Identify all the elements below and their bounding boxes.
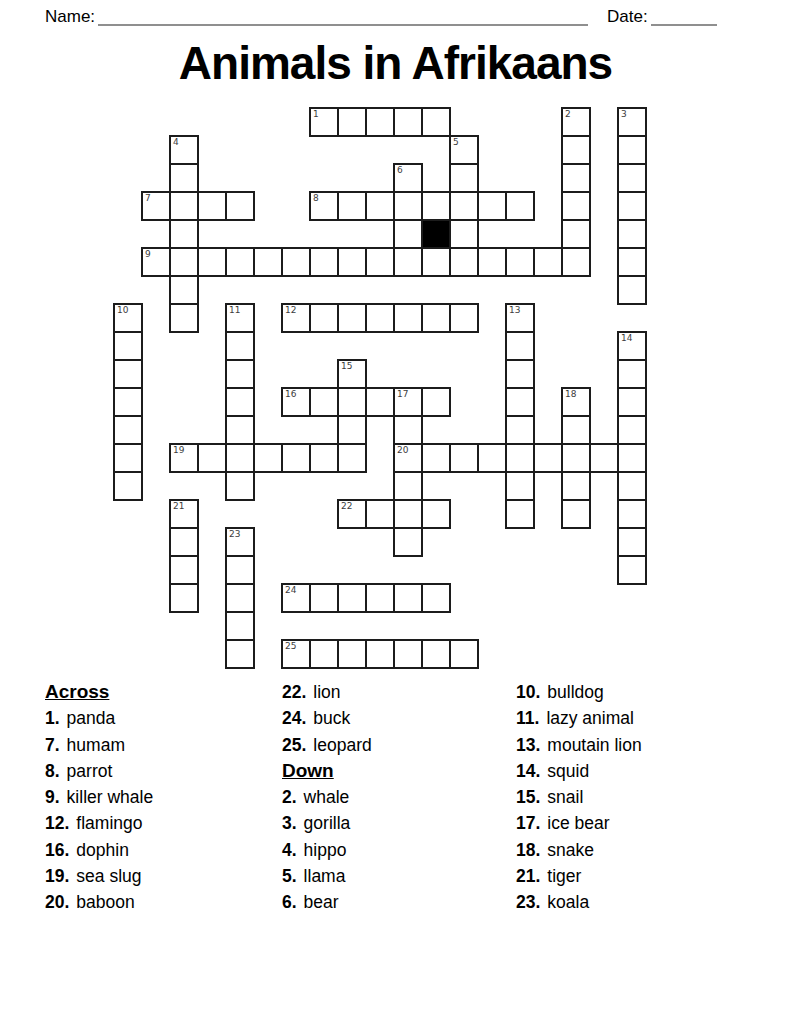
clue-text: baboon: [76, 892, 134, 912]
clue-text: dophin: [76, 840, 129, 860]
grid-cell[interactable]: [477, 247, 507, 277]
grid-cell[interactable]: [561, 191, 591, 221]
crossword-grid: 1234567891011121314151617181920212223242…: [113, 107, 648, 670]
clue-number: 12.: [45, 813, 69, 833]
grid-cell[interactable]: [337, 387, 367, 417]
clue-text: bulldog: [547, 682, 603, 702]
clue-number: 5.: [282, 866, 297, 886]
grid-cell[interactable]: [169, 303, 199, 333]
grid-cell[interactable]: 3: [617, 107, 647, 137]
grid-cell[interactable]: [365, 247, 395, 277]
clue-number: 21.: [516, 866, 540, 886]
across-clue: 19.sea slug: [45, 863, 270, 889]
grid-cell[interactable]: [225, 583, 255, 613]
grid-cell[interactable]: [309, 639, 339, 669]
clue-number: 16.: [45, 840, 69, 860]
cell-clue-number: 10: [117, 306, 128, 315]
grid-cell[interactable]: 16: [281, 387, 311, 417]
down-clue: 6.bear: [282, 889, 502, 915]
grid-cell[interactable]: [365, 303, 395, 333]
grid-cell[interactable]: [393, 471, 423, 501]
across-clue: 25.leopard: [282, 732, 502, 758]
grid-cell[interactable]: [505, 247, 535, 277]
down-clue: 4.hippo: [282, 837, 502, 863]
grid-cell[interactable]: [505, 443, 535, 473]
cell-clue-number: 23: [229, 530, 240, 539]
cell-clue-number: 22: [341, 502, 352, 511]
grid-cell[interactable]: [197, 247, 227, 277]
clue-text: moutain lion: [547, 735, 641, 755]
across-clue: 22.lion: [282, 679, 502, 705]
across-clue: 7.humam: [45, 732, 270, 758]
worksheet: Name: Date: Animals in Afrikaans 1234567…: [0, 0, 791, 1024]
grid-cell[interactable]: 1: [309, 107, 339, 137]
down-clue: 13.moutain lion: [516, 732, 766, 758]
across-clue: 8.parrot: [45, 758, 270, 784]
across-clue: 9.killer whale: [45, 784, 270, 810]
clue-text: hippo: [304, 840, 347, 860]
clue-text: gorilla: [304, 813, 351, 833]
grid-cell[interactable]: [421, 583, 451, 613]
grid-cell[interactable]: 10: [113, 303, 143, 333]
cell-clue-number: 19: [173, 446, 184, 455]
grid-cell[interactable]: [561, 135, 591, 165]
grid-cell[interactable]: [421, 247, 451, 277]
clue-text: flamingo: [76, 813, 142, 833]
grid-cell[interactable]: [561, 219, 591, 249]
grid-cell[interactable]: [225, 247, 255, 277]
grid-cell[interactable]: [533, 247, 563, 277]
down-header: Down: [282, 758, 502, 784]
grid-cell[interactable]: [253, 443, 283, 473]
grid-cell[interactable]: [477, 191, 507, 221]
grid-cell[interactable]: 9: [141, 247, 171, 277]
grid-cell[interactable]: [337, 415, 367, 445]
grid-cell[interactable]: 17: [393, 387, 423, 417]
cell-clue-number: 21: [173, 502, 184, 511]
grid-cell[interactable]: [365, 107, 395, 137]
grid-cell[interactable]: [365, 191, 395, 221]
across-clue: 16.dophin: [45, 837, 270, 863]
across-clue: 20.baboon: [45, 889, 270, 915]
grid-cell[interactable]: [393, 303, 423, 333]
grid-cell[interactable]: [113, 443, 143, 473]
grid-cell[interactable]: [225, 191, 255, 221]
clue-number: 25.: [282, 735, 306, 755]
grid-cell[interactable]: 14: [617, 331, 647, 361]
grid-cell[interactable]: [309, 443, 339, 473]
grid-cell[interactable]: 18: [561, 387, 591, 417]
clue-text: whale: [304, 787, 350, 807]
grid-cell[interactable]: [365, 387, 395, 417]
clue-number: 6.: [282, 892, 297, 912]
clues-column-3: 10.bulldog11.lazy animal13.moutain lion1…: [516, 679, 766, 916]
clue-text: humam: [67, 735, 125, 755]
clues-column-2: 22.lion24.buck25.leopardDown2.whale3.gor…: [282, 679, 502, 916]
clue-number: 2.: [282, 787, 297, 807]
name-input-line[interactable]: [98, 10, 588, 26]
grid-cell[interactable]: [281, 247, 311, 277]
grid-cell[interactable]: [225, 639, 255, 669]
grid-cell[interactable]: [449, 219, 479, 249]
grid-cell[interactable]: [225, 555, 255, 585]
grid-cell[interactable]: 12: [281, 303, 311, 333]
down-clue: 10.bulldog: [516, 679, 766, 705]
grid-cell[interactable]: [225, 443, 255, 473]
grid-cell[interactable]: 11: [225, 303, 255, 333]
grid-cell[interactable]: [617, 191, 647, 221]
grid-cell[interactable]: [281, 443, 311, 473]
down-clue: 21.tiger: [516, 863, 766, 889]
clue-number: 24.: [282, 708, 306, 728]
cell-clue-number: 5: [453, 138, 459, 147]
clue-number: 4.: [282, 840, 297, 860]
clue-text: llama: [304, 866, 346, 886]
grid-cell[interactable]: [169, 191, 199, 221]
cell-clue-number: 11: [229, 306, 240, 315]
cell-clue-number: 14: [621, 334, 632, 343]
down-clue: 23.koala: [516, 889, 766, 915]
grid-cell[interactable]: [533, 443, 563, 473]
grid-cell[interactable]: [309, 583, 339, 613]
grid-cell[interactable]: [505, 331, 535, 361]
down-clue: 2.whale: [282, 784, 502, 810]
grid-cell[interactable]: [561, 499, 591, 529]
grid-cell[interactable]: 25: [281, 639, 311, 669]
grid-cell[interactable]: [365, 583, 395, 613]
grid-cell[interactable]: 4: [169, 135, 199, 165]
cell-clue-number: 12: [285, 306, 296, 315]
clues-column-1: Across1.panda7.humam8.parrot9.killer wha…: [45, 679, 270, 916]
grid-cell[interactable]: [169, 163, 199, 193]
grid-cell[interactable]: [617, 163, 647, 193]
clue-number: 18.: [516, 840, 540, 860]
clue-text: bear: [304, 892, 339, 912]
down-clue: 15.snail: [516, 784, 766, 810]
clue-number: 17.: [516, 813, 540, 833]
grid-cell[interactable]: [421, 499, 451, 529]
grid-cell[interactable]: [309, 387, 339, 417]
grid-cell[interactable]: [225, 415, 255, 445]
grid-cell[interactable]: [617, 443, 647, 473]
grid-cell[interactable]: [505, 499, 535, 529]
date-label: Date:: [607, 7, 648, 27]
grid-cell[interactable]: [393, 639, 423, 669]
grid-cell[interactable]: [225, 471, 255, 501]
clue-number: 9.: [45, 787, 60, 807]
grid-cell[interactable]: [337, 107, 367, 137]
clue-number: 23.: [516, 892, 540, 912]
grid-cell[interactable]: [337, 639, 367, 669]
grid-cell[interactable]: [225, 359, 255, 389]
clue-number: 22.: [282, 682, 306, 702]
grid-cell[interactable]: [617, 247, 647, 277]
clue-text: parrot: [67, 761, 113, 781]
grid-cell[interactable]: [113, 331, 143, 361]
clue-number: 14.: [516, 761, 540, 781]
cell-clue-number: 25: [285, 642, 296, 651]
grid-cell[interactable]: [561, 247, 591, 277]
cell-clue-number: 13: [509, 306, 520, 315]
clue-number: 1.: [45, 708, 60, 728]
clue-number: 19.: [45, 866, 69, 886]
clue-text: panda: [67, 708, 116, 728]
cell-clue-number: 7: [145, 194, 151, 203]
cell-clue-number: 17: [397, 390, 408, 399]
grid-cell[interactable]: [337, 191, 367, 221]
cell-clue-number: 15: [341, 362, 352, 371]
grid-cell[interactable]: 21: [169, 499, 199, 529]
grid-cell[interactable]: [225, 331, 255, 361]
grid-cell[interactable]: [617, 499, 647, 529]
grid-cell[interactable]: [393, 527, 423, 557]
grid-cell[interactable]: [477, 443, 507, 473]
grid-cell[interactable]: 13: [505, 303, 535, 333]
grid-cell[interactable]: [449, 443, 479, 473]
down-clue: 17.ice bear: [516, 810, 766, 836]
grid-cell[interactable]: [561, 415, 591, 445]
cell-clue-number: 18: [565, 390, 576, 399]
grid-cell[interactable]: [449, 163, 479, 193]
grid-cell[interactable]: [309, 303, 339, 333]
clue-text: tiger: [547, 866, 581, 886]
grid-cell[interactable]: [393, 107, 423, 137]
clue-text: snail: [547, 787, 583, 807]
grid-cell[interactable]: [253, 247, 283, 277]
grid-cell[interactable]: [589, 443, 619, 473]
down-clue: 3.gorilla: [282, 810, 502, 836]
cell-clue-number: 1: [313, 110, 319, 119]
down-clue: 14.squid: [516, 758, 766, 784]
grid-cell[interactable]: [309, 247, 339, 277]
grid-cell[interactable]: [421, 443, 451, 473]
grid-cell[interactable]: [561, 163, 591, 193]
clue-number: 11.: [516, 708, 539, 728]
grid-cell[interactable]: [337, 583, 367, 613]
grid-cell[interactable]: [169, 275, 199, 305]
grid-cell[interactable]: [505, 359, 535, 389]
grid-cell[interactable]: 2: [561, 107, 591, 137]
grid-cell[interactable]: [617, 387, 647, 417]
grid-cell[interactable]: 15: [337, 359, 367, 389]
clue-text: squid: [547, 761, 589, 781]
grid-cell[interactable]: [617, 135, 647, 165]
grid-cell[interactable]: [421, 191, 451, 221]
grid-cell[interactable]: [505, 191, 535, 221]
across-clue: 24.buck: [282, 705, 502, 731]
clue-number: 13.: [516, 735, 540, 755]
grid-cell[interactable]: 8: [309, 191, 339, 221]
grid-cell[interactable]: [169, 247, 199, 277]
grid-cell[interactable]: [617, 471, 647, 501]
cell-clue-number: 16: [285, 390, 296, 399]
grid-cell[interactable]: [169, 219, 199, 249]
grid-cell[interactable]: [617, 275, 647, 305]
grid-cell[interactable]: [617, 359, 647, 389]
grid-cell[interactable]: [225, 387, 255, 417]
grid-cell[interactable]: 19: [169, 443, 199, 473]
grid-cell[interactable]: [393, 247, 423, 277]
grid-cell[interactable]: 20: [393, 443, 423, 473]
grid-cell[interactable]: [393, 499, 423, 529]
grid-cell[interactable]: 7: [141, 191, 171, 221]
grid-cell[interactable]: 6: [393, 163, 423, 193]
grid-cell[interactable]: [505, 471, 535, 501]
grid-cell[interactable]: [169, 555, 199, 585]
clue-number: 7.: [45, 735, 60, 755]
clue-text: lion: [313, 682, 340, 702]
clue-number: 15.: [516, 787, 540, 807]
grid-cell[interactable]: [561, 443, 591, 473]
grid-cell[interactable]: [421, 639, 451, 669]
clue-number: 3.: [282, 813, 297, 833]
grid-cell[interactable]: [169, 527, 199, 557]
grid-cell[interactable]: [337, 443, 367, 473]
cell-clue-number: 24: [285, 586, 296, 595]
grid-cell[interactable]: [421, 387, 451, 417]
grid-cell[interactable]: [617, 527, 647, 557]
grid-cell[interactable]: [617, 219, 647, 249]
grid-cell[interactable]: [449, 303, 479, 333]
grid-cell[interactable]: [421, 107, 451, 137]
grid-cell[interactable]: 24: [281, 583, 311, 613]
cell-clue-number: 2: [565, 110, 571, 119]
grid-cell[interactable]: [393, 583, 423, 613]
grid-cell[interactable]: 22: [337, 499, 367, 529]
grid-cell[interactable]: [113, 359, 143, 389]
grid-cell[interactable]: [617, 555, 647, 585]
grid-cell[interactable]: [393, 191, 423, 221]
grid-cell[interactable]: [365, 639, 395, 669]
clue-text: buck: [313, 708, 350, 728]
clue-text: killer whale: [67, 787, 154, 807]
grid-cell[interactable]: [449, 247, 479, 277]
grid-cell[interactable]: [113, 471, 143, 501]
cell-clue-number: 20: [397, 446, 408, 455]
cell-clue-number: 8: [313, 194, 319, 203]
grid-cell[interactable]: [197, 191, 227, 221]
clue-text: snake: [547, 840, 594, 860]
down-clue: 18.snake: [516, 837, 766, 863]
grid-cell[interactable]: 5: [449, 135, 479, 165]
grid-cell[interactable]: [365, 499, 395, 529]
name-label: Name:: [45, 7, 95, 27]
clue-number: 20.: [45, 892, 69, 912]
blocked-cell: [421, 219, 451, 249]
clue-text: lazy animal: [546, 708, 634, 728]
across-header: Across: [45, 679, 270, 705]
grid-cell[interactable]: [113, 387, 143, 417]
clue-number: 8.: [45, 761, 60, 781]
across-clue: 12.flamingo: [45, 810, 270, 836]
cell-clue-number: 3: [621, 110, 627, 119]
grid-cell[interactable]: [393, 219, 423, 249]
cell-clue-number: 6: [397, 166, 403, 175]
grid-cell[interactable]: [505, 387, 535, 417]
grid-cell[interactable]: 23: [225, 527, 255, 557]
grid-cell[interactable]: [197, 443, 227, 473]
down-clue: 5.llama: [282, 863, 502, 889]
cell-clue-number: 4: [173, 138, 179, 147]
clue-text: sea slug: [76, 866, 141, 886]
across-clue: 1.panda: [45, 705, 270, 731]
clue-text: ice bear: [547, 813, 609, 833]
clue-number: 10.: [516, 682, 540, 702]
grid-cell[interactable]: [337, 247, 367, 277]
grid-cell[interactable]: [421, 303, 451, 333]
grid-cell[interactable]: [393, 415, 423, 445]
clue-text: leopard: [313, 735, 371, 755]
grid-cell[interactable]: [449, 191, 479, 221]
date-input-line[interactable]: [651, 10, 717, 26]
grid-cell[interactable]: [561, 471, 591, 501]
grid-cell[interactable]: [169, 583, 199, 613]
grid-cell[interactable]: [225, 611, 255, 641]
page-title: Animals in Afrikaans: [0, 36, 791, 90]
clue-text: koala: [547, 892, 589, 912]
grid-cell[interactable]: [113, 415, 143, 445]
grid-cell[interactable]: [505, 415, 535, 445]
grid-cell[interactable]: [617, 415, 647, 445]
grid-cell[interactable]: [449, 639, 479, 669]
grid-cell[interactable]: [337, 303, 367, 333]
down-clue: 11.lazy animal: [516, 705, 766, 731]
cell-clue-number: 9: [145, 250, 151, 259]
